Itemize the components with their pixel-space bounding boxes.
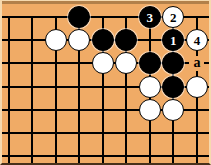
stone-white [186, 76, 208, 98]
board-top-edge [2, 1, 209, 4]
stone-white-move-2: 2 [162, 6, 184, 28]
grid-vline [31, 16, 33, 163]
stone-white [92, 52, 114, 74]
stone-white [162, 99, 184, 121]
stone-black [162, 76, 184, 98]
go-board-diagram: 3214a [0, 0, 211, 165]
grid-hline [2, 132, 209, 134]
stone-black-move-3: 3 [139, 6, 161, 28]
stone-black [68, 6, 90, 28]
stone-white-move-4: 4 [186, 29, 208, 51]
point-label-a: a [189, 56, 204, 71]
stone-white [115, 52, 137, 74]
stone-black-move-1: 1 [162, 29, 184, 51]
stone-white [68, 29, 90, 51]
stone-black [115, 29, 137, 51]
stone-white [139, 76, 161, 98]
stone-black [139, 52, 161, 74]
grid-hline [2, 155, 209, 157]
stone-white [45, 29, 67, 51]
grid-vline [8, 16, 10, 163]
stone-black [162, 52, 184, 74]
stone-black [92, 29, 114, 51]
stone-white [139, 99, 161, 121]
